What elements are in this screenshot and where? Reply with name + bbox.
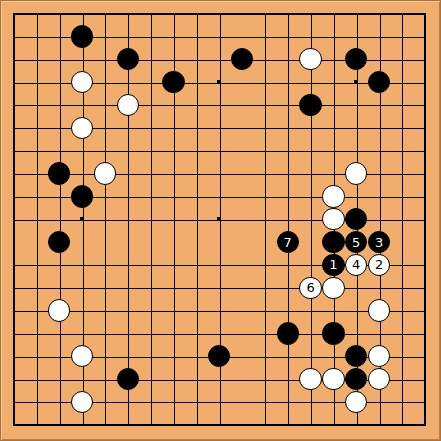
intersection[interactable] [25, 253, 48, 276]
intersection[interactable] [345, 185, 368, 208]
intersection[interactable] [413, 94, 436, 117]
intersection[interactable] [162, 322, 185, 345]
intersection[interactable] [413, 322, 436, 345]
intersection[interactable] [368, 116, 391, 139]
white-stone[interactable] [299, 368, 321, 390]
black-stone[interactable] [71, 25, 93, 47]
intersection[interactable] [368, 185, 391, 208]
intersection[interactable] [276, 162, 299, 185]
intersection[interactable] [368, 391, 391, 414]
intersection[interactable] [391, 94, 414, 117]
intersection[interactable] [48, 185, 71, 208]
intersection[interactable]: 1 [322, 253, 345, 276]
intersection[interactable] [25, 2, 48, 25]
intersection[interactable] [276, 139, 299, 162]
intersection[interactable] [185, 276, 208, 299]
intersection[interactable] [253, 25, 276, 48]
intersection[interactable] [116, 253, 139, 276]
white-stone-move-2[interactable]: 2 [368, 254, 390, 276]
white-stone[interactable] [299, 48, 321, 70]
intersection[interactable] [25, 413, 48, 436]
intersection[interactable] [25, 231, 48, 254]
intersection[interactable] [299, 71, 322, 94]
intersection[interactable] [322, 94, 345, 117]
intersection[interactable] [231, 368, 254, 391]
intersection[interactable] [231, 231, 254, 254]
intersection[interactable] [71, 391, 94, 414]
intersection[interactable] [2, 253, 25, 276]
intersection[interactable] [162, 162, 185, 185]
intersection[interactable] [276, 345, 299, 368]
intersection[interactable] [71, 139, 94, 162]
intersection[interactable] [208, 345, 231, 368]
intersection[interactable] [345, 322, 368, 345]
white-stone[interactable] [322, 208, 344, 230]
intersection[interactable] [231, 116, 254, 139]
intersection[interactable] [71, 368, 94, 391]
intersection[interactable] [2, 139, 25, 162]
intersection[interactable] [25, 71, 48, 94]
intersection[interactable] [322, 48, 345, 71]
intersection[interactable] [391, 368, 414, 391]
intersection[interactable] [48, 25, 71, 48]
black-stone-move-7[interactable]: 7 [277, 231, 299, 253]
intersection[interactable] [71, 48, 94, 71]
intersection[interactable] [299, 116, 322, 139]
intersection[interactable] [185, 25, 208, 48]
black-stone-move-5[interactable]: 5 [345, 231, 367, 253]
intersection[interactable] [276, 48, 299, 71]
intersection[interactable] [139, 116, 162, 139]
intersection[interactable] [208, 162, 231, 185]
intersection[interactable] [391, 25, 414, 48]
intersection[interactable] [368, 299, 391, 322]
intersection[interactable] [48, 94, 71, 117]
white-stone[interactable] [368, 299, 390, 321]
intersection[interactable] [413, 413, 436, 436]
intersection[interactable] [2, 162, 25, 185]
intersection[interactable] [116, 2, 139, 25]
intersection[interactable] [2, 299, 25, 322]
intersection[interactable] [253, 299, 276, 322]
intersection[interactable]: 7 [276, 231, 299, 254]
intersection[interactable] [391, 71, 414, 94]
intersection[interactable] [253, 253, 276, 276]
intersection[interactable] [25, 48, 48, 71]
intersection[interactable] [253, 276, 276, 299]
intersection[interactable] [48, 322, 71, 345]
intersection[interactable] [231, 299, 254, 322]
intersection[interactable] [253, 48, 276, 71]
intersection[interactable] [208, 71, 231, 94]
intersection[interactable] [208, 208, 231, 231]
intersection[interactable] [208, 322, 231, 345]
intersection[interactable] [413, 368, 436, 391]
intersection[interactable] [413, 253, 436, 276]
intersection[interactable] [368, 208, 391, 231]
white-stone[interactable] [117, 94, 139, 116]
intersection[interactable] [2, 48, 25, 71]
intersection[interactable] [299, 162, 322, 185]
intersection[interactable] [208, 231, 231, 254]
intersection[interactable] [94, 139, 117, 162]
intersection[interactable] [322, 25, 345, 48]
intersection[interactable] [322, 413, 345, 436]
intersection[interactable] [231, 276, 254, 299]
intersection[interactable] [276, 391, 299, 414]
intersection[interactable] [71, 2, 94, 25]
black-stone[interactable] [322, 231, 344, 253]
intersection[interactable] [322, 71, 345, 94]
intersection[interactable] [413, 299, 436, 322]
intersection[interactable] [253, 139, 276, 162]
intersection[interactable] [116, 71, 139, 94]
intersection[interactable] [139, 322, 162, 345]
intersection[interactable] [345, 276, 368, 299]
intersection[interactable] [139, 345, 162, 368]
intersection[interactable] [231, 253, 254, 276]
intersection[interactable] [299, 368, 322, 391]
intersection[interactable] [139, 391, 162, 414]
intersection[interactable] [185, 413, 208, 436]
white-stone-move-4[interactable]: 4 [345, 254, 367, 276]
intersection[interactable] [368, 345, 391, 368]
intersection[interactable] [413, 2, 436, 25]
intersection[interactable] [185, 253, 208, 276]
intersection[interactable] [185, 322, 208, 345]
intersection[interactable] [94, 25, 117, 48]
intersection[interactable] [345, 25, 368, 48]
intersection[interactable] [139, 208, 162, 231]
black-stone[interactable] [345, 48, 367, 70]
intersection[interactable] [162, 71, 185, 94]
intersection[interactable] [139, 162, 162, 185]
intersection[interactable] [94, 185, 117, 208]
intersection[interactable] [253, 231, 276, 254]
intersection[interactable] [94, 413, 117, 436]
black-stone[interactable] [345, 208, 367, 230]
intersection[interactable] [231, 162, 254, 185]
intersection[interactable] [345, 139, 368, 162]
intersection[interactable]: 3 [368, 231, 391, 254]
intersection[interactable] [48, 208, 71, 231]
intersection[interactable] [345, 368, 368, 391]
intersection[interactable] [276, 413, 299, 436]
intersection[interactable] [345, 413, 368, 436]
intersection[interactable] [413, 25, 436, 48]
intersection[interactable] [368, 2, 391, 25]
intersection[interactable] [162, 208, 185, 231]
black-stone[interactable] [48, 162, 70, 184]
intersection[interactable] [185, 48, 208, 71]
intersection[interactable] [413, 231, 436, 254]
intersection[interactable] [345, 162, 368, 185]
intersection[interactable] [276, 2, 299, 25]
intersection[interactable] [25, 208, 48, 231]
intersection[interactable] [276, 276, 299, 299]
black-stone[interactable] [277, 322, 299, 344]
intersection[interactable] [276, 94, 299, 117]
intersection[interactable] [345, 345, 368, 368]
intersection[interactable] [116, 48, 139, 71]
intersection[interactable] [2, 231, 25, 254]
intersection[interactable] [139, 25, 162, 48]
intersection[interactable] [231, 208, 254, 231]
intersection[interactable] [48, 162, 71, 185]
intersection[interactable] [71, 116, 94, 139]
intersection[interactable] [162, 276, 185, 299]
intersection[interactable] [94, 391, 117, 414]
intersection[interactable] [94, 71, 117, 94]
intersection[interactable] [71, 231, 94, 254]
intersection[interactable] [139, 276, 162, 299]
intersection[interactable] [345, 48, 368, 71]
black-stone[interactable] [322, 322, 344, 344]
intersection[interactable] [231, 322, 254, 345]
intersection[interactable] [391, 139, 414, 162]
intersection[interactable] [162, 345, 185, 368]
intersection[interactable] [253, 116, 276, 139]
intersection[interactable] [231, 413, 254, 436]
intersection[interactable] [48, 368, 71, 391]
intersection[interactable] [48, 276, 71, 299]
intersection[interactable] [276, 368, 299, 391]
intersection[interactable] [94, 368, 117, 391]
intersection[interactable] [299, 391, 322, 414]
intersection[interactable] [322, 139, 345, 162]
intersection[interactable] [322, 185, 345, 208]
intersection[interactable] [116, 413, 139, 436]
black-stone[interactable] [117, 368, 139, 390]
intersection[interactable] [208, 139, 231, 162]
intersection[interactable] [208, 116, 231, 139]
intersection[interactable] [48, 345, 71, 368]
intersection[interactable] [322, 368, 345, 391]
intersection[interactable] [116, 162, 139, 185]
intersection[interactable] [25, 116, 48, 139]
black-stone[interactable] [162, 71, 184, 93]
intersection[interactable] [391, 276, 414, 299]
intersection[interactable] [139, 94, 162, 117]
intersection[interactable] [231, 48, 254, 71]
intersection[interactable] [71, 253, 94, 276]
intersection[interactable] [116, 116, 139, 139]
intersection[interactable] [345, 71, 368, 94]
intersection[interactable] [185, 231, 208, 254]
intersection[interactable] [25, 185, 48, 208]
intersection[interactable] [185, 94, 208, 117]
intersection[interactable] [162, 391, 185, 414]
intersection[interactable] [162, 25, 185, 48]
intersection[interactable] [139, 368, 162, 391]
intersection[interactable] [413, 48, 436, 71]
intersection[interactable] [253, 185, 276, 208]
intersection[interactable] [2, 345, 25, 368]
intersection[interactable] [345, 391, 368, 414]
intersection[interactable] [71, 345, 94, 368]
intersection[interactable] [276, 25, 299, 48]
intersection[interactable] [299, 299, 322, 322]
intersection[interactable]: 4 [345, 253, 368, 276]
white-stone[interactable] [71, 117, 93, 139]
intersection[interactable] [231, 345, 254, 368]
intersection[interactable] [208, 25, 231, 48]
intersection[interactable]: 6 [299, 276, 322, 299]
intersection[interactable] [185, 368, 208, 391]
intersection[interactable] [139, 299, 162, 322]
intersection[interactable] [71, 322, 94, 345]
intersection[interactable] [276, 71, 299, 94]
intersection[interactable] [368, 139, 391, 162]
intersection[interactable] [322, 345, 345, 368]
intersection[interactable] [185, 162, 208, 185]
black-stone[interactable] [345, 368, 367, 390]
intersection[interactable] [391, 345, 414, 368]
intersection[interactable] [253, 2, 276, 25]
intersection[interactable] [116, 94, 139, 117]
intersection[interactable] [139, 71, 162, 94]
intersection[interactable] [94, 345, 117, 368]
intersection[interactable] [368, 322, 391, 345]
intersection[interactable] [391, 185, 414, 208]
intersection[interactable] [391, 299, 414, 322]
intersection[interactable] [276, 253, 299, 276]
intersection[interactable] [299, 2, 322, 25]
intersection[interactable] [413, 345, 436, 368]
intersection[interactable] [162, 231, 185, 254]
white-stone[interactable] [71, 391, 93, 413]
intersection[interactable] [162, 253, 185, 276]
intersection[interactable] [368, 71, 391, 94]
intersection[interactable] [322, 391, 345, 414]
intersection[interactable] [208, 94, 231, 117]
intersection[interactable] [162, 48, 185, 71]
intersection[interactable] [48, 231, 71, 254]
black-stone[interactable] [345, 345, 367, 367]
intersection[interactable] [2, 276, 25, 299]
intersection[interactable] [94, 94, 117, 117]
white-stone[interactable] [345, 162, 367, 184]
intersection[interactable] [162, 94, 185, 117]
intersection[interactable] [162, 139, 185, 162]
intersection[interactable] [116, 391, 139, 414]
intersection[interactable] [208, 413, 231, 436]
intersection[interactable] [276, 299, 299, 322]
intersection[interactable] [48, 139, 71, 162]
intersection[interactable] [345, 208, 368, 231]
intersection[interactable] [345, 2, 368, 25]
intersection[interactable] [185, 71, 208, 94]
intersection[interactable] [139, 185, 162, 208]
white-stone[interactable] [322, 277, 344, 299]
intersection[interactable] [71, 208, 94, 231]
intersection[interactable] [413, 116, 436, 139]
white-stone[interactable] [368, 368, 390, 390]
white-stone-move-6[interactable]: 6 [299, 277, 321, 299]
intersection[interactable] [299, 231, 322, 254]
intersection[interactable] [116, 276, 139, 299]
white-stone[interactable] [94, 162, 116, 184]
intersection[interactable] [299, 253, 322, 276]
intersection[interactable] [276, 116, 299, 139]
intersection[interactable] [71, 276, 94, 299]
intersection[interactable] [276, 208, 299, 231]
black-stone-move-3[interactable]: 3 [368, 231, 390, 253]
intersection[interactable] [25, 299, 48, 322]
intersection[interactable] [162, 413, 185, 436]
intersection[interactable] [322, 162, 345, 185]
intersection[interactable] [185, 299, 208, 322]
black-stone[interactable] [117, 48, 139, 70]
intersection[interactable] [208, 185, 231, 208]
intersection[interactable] [231, 185, 254, 208]
intersection[interactable] [253, 71, 276, 94]
intersection[interactable] [208, 299, 231, 322]
intersection[interactable]: 2 [368, 253, 391, 276]
intersection[interactable] [2, 2, 25, 25]
intersection[interactable] [2, 391, 25, 414]
intersection[interactable] [231, 391, 254, 414]
intersection[interactable] [94, 208, 117, 231]
intersection[interactable] [2, 25, 25, 48]
intersection[interactable] [299, 208, 322, 231]
intersection[interactable] [276, 185, 299, 208]
white-stone[interactable] [48, 299, 70, 321]
intersection[interactable] [94, 299, 117, 322]
intersection[interactable] [413, 276, 436, 299]
black-stone[interactable] [368, 71, 390, 93]
intersection[interactable] [231, 94, 254, 117]
intersection[interactable] [208, 253, 231, 276]
black-stone-move-1[interactable]: 1 [322, 254, 344, 276]
black-stone[interactable] [299, 94, 321, 116]
intersection[interactable] [299, 139, 322, 162]
intersection[interactable] [299, 94, 322, 117]
intersection[interactable] [368, 25, 391, 48]
intersection[interactable] [116, 322, 139, 345]
intersection[interactable] [322, 231, 345, 254]
intersection[interactable] [139, 413, 162, 436]
intersection[interactable] [162, 2, 185, 25]
intersection[interactable] [299, 25, 322, 48]
intersection[interactable] [231, 139, 254, 162]
intersection[interactable] [25, 276, 48, 299]
intersection[interactable] [391, 2, 414, 25]
intersection[interactable] [185, 2, 208, 25]
intersection[interactable] [299, 345, 322, 368]
intersection[interactable] [2, 116, 25, 139]
intersection[interactable] [391, 162, 414, 185]
intersection[interactable] [345, 116, 368, 139]
intersection[interactable] [71, 162, 94, 185]
intersection[interactable] [94, 162, 117, 185]
intersection[interactable] [413, 139, 436, 162]
intersection[interactable] [368, 276, 391, 299]
intersection[interactable] [299, 322, 322, 345]
intersection[interactable] [48, 2, 71, 25]
intersection[interactable] [345, 299, 368, 322]
intersection[interactable] [71, 413, 94, 436]
intersection[interactable] [25, 391, 48, 414]
intersection[interactable] [162, 116, 185, 139]
intersection[interactable] [116, 139, 139, 162]
intersection[interactable] [2, 71, 25, 94]
intersection[interactable] [139, 231, 162, 254]
intersection[interactable] [71, 185, 94, 208]
intersection[interactable] [25, 94, 48, 117]
intersection[interactable] [94, 276, 117, 299]
intersection[interactable] [391, 231, 414, 254]
